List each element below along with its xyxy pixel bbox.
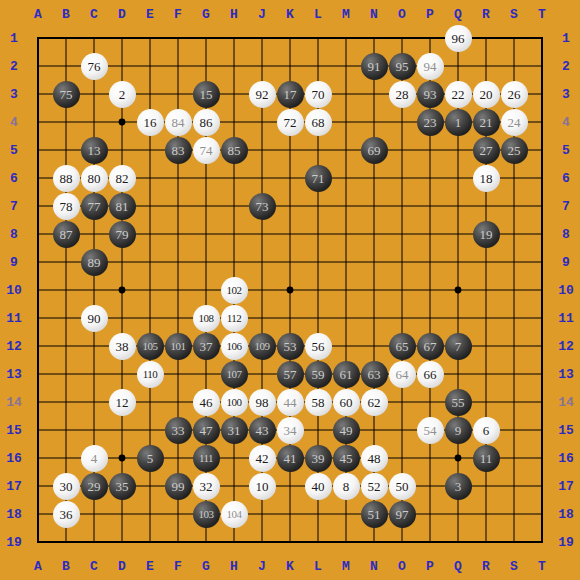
stone-black-H15-move-31[interactable]: 31 xyxy=(221,417,248,444)
star-point xyxy=(287,287,294,294)
col-label-K-top: K xyxy=(276,0,304,28)
stone-black-N2-move-91[interactable]: 91 xyxy=(361,53,388,80)
stone-black-B8-move-87[interactable]: 87 xyxy=(53,221,80,248)
col-label-A-top: A xyxy=(24,0,52,28)
stone-black-G3-move-15[interactable]: 15 xyxy=(193,81,220,108)
stone-white-N16-move-48[interactable]: 48 xyxy=(361,445,388,472)
stone-white-L17-move-40[interactable]: 40 xyxy=(305,473,332,500)
stone-white-C11-move-90[interactable]: 90 xyxy=(81,305,108,332)
stone-white-S3-move-26[interactable]: 26 xyxy=(501,81,528,108)
stone-black-S5-move-25[interactable]: 25 xyxy=(501,137,528,164)
stone-black-Q4-move-1[interactable]: 1 xyxy=(445,109,472,136)
stone-black-J12-move-109[interactable]: 109 xyxy=(249,333,276,360)
row-label-7-left: 7 xyxy=(0,192,28,220)
star-point xyxy=(119,119,126,126)
stone-white-B7-move-78[interactable]: 78 xyxy=(53,193,80,220)
col-label-B-bottom: B xyxy=(52,552,80,580)
star-point xyxy=(119,455,126,462)
stone-black-G12-move-37[interactable]: 37 xyxy=(193,333,220,360)
col-label-K-bottom: K xyxy=(276,552,304,580)
stone-white-K15-move-34[interactable]: 34 xyxy=(277,417,304,444)
row-label-14-left: 14 xyxy=(0,388,28,416)
row-label-18-right: 18 xyxy=(552,500,580,528)
col-label-H-top: H xyxy=(220,0,248,28)
col-label-D-top: D xyxy=(108,0,136,28)
stone-white-O13-move-64[interactable]: 64 xyxy=(389,361,416,388)
col-label-P-bottom: P xyxy=(416,552,444,580)
row-label-3-left: 3 xyxy=(0,80,28,108)
row-label-12-right: 12 xyxy=(552,332,580,360)
stone-black-D17-move-35[interactable]: 35 xyxy=(109,473,136,500)
row-label-13-right: 13 xyxy=(552,360,580,388)
stone-white-Q3-move-22[interactable]: 22 xyxy=(445,81,472,108)
stone-white-N17-move-52[interactable]: 52 xyxy=(361,473,388,500)
stone-black-O18-move-97[interactable]: 97 xyxy=(389,501,416,528)
stone-white-C6-move-80[interactable]: 80 xyxy=(81,165,108,192)
stone-white-G17-move-32[interactable]: 32 xyxy=(193,473,220,500)
go-kifu-diagram: AABBCCDDEEFFGGHHJJKKLLMMNNOOPPQQRRSSTT11… xyxy=(0,0,580,580)
stone-black-N5-move-69[interactable]: 69 xyxy=(361,137,388,164)
col-label-T-bottom: T xyxy=(528,552,556,580)
stone-white-H14-move-100[interactable]: 100 xyxy=(221,389,248,416)
row-label-2-right: 2 xyxy=(552,52,580,80)
stone-white-K14-move-44[interactable]: 44 xyxy=(277,389,304,416)
stone-white-N14-move-62[interactable]: 62 xyxy=(361,389,388,416)
stone-black-E16-move-5[interactable]: 5 xyxy=(137,445,164,472)
col-label-E-top: E xyxy=(136,0,164,28)
row-label-18-left: 18 xyxy=(0,500,28,528)
row-label-15-right: 15 xyxy=(552,416,580,444)
stone-black-G16-move-111[interactable]: 111 xyxy=(193,445,220,472)
row-label-13-left: 13 xyxy=(0,360,28,388)
row-label-4-left: 4 xyxy=(0,108,28,136)
stone-white-L12-move-56[interactable]: 56 xyxy=(305,333,332,360)
stone-white-E13-move-110[interactable]: 110 xyxy=(137,361,164,388)
star-point xyxy=(455,455,462,462)
col-label-M-top: M xyxy=(332,0,360,28)
stone-white-O3-move-28[interactable]: 28 xyxy=(389,81,416,108)
col-label-P-top: P xyxy=(416,0,444,28)
row-label-7-right: 7 xyxy=(552,192,580,220)
stone-black-R16-move-11[interactable]: 11 xyxy=(473,445,500,472)
row-label-17-right: 17 xyxy=(552,472,580,500)
col-label-M-bottom: M xyxy=(332,552,360,580)
stone-white-G14-move-46[interactable]: 46 xyxy=(193,389,220,416)
col-label-H-bottom: H xyxy=(220,552,248,580)
row-label-12-left: 12 xyxy=(0,332,28,360)
col-label-O-top: O xyxy=(388,0,416,28)
stone-white-G5-move-74[interactable]: 74 xyxy=(193,137,220,164)
stone-black-O2-move-95[interactable]: 95 xyxy=(389,53,416,80)
col-label-R-top: R xyxy=(472,0,500,28)
stone-black-N18-move-51[interactable]: 51 xyxy=(361,501,388,528)
stone-black-R4-move-21[interactable]: 21 xyxy=(473,109,500,136)
stone-white-M17-move-8[interactable]: 8 xyxy=(333,473,360,500)
stone-black-O12-move-65[interactable]: 65 xyxy=(389,333,416,360)
stone-black-L16-move-39[interactable]: 39 xyxy=(305,445,332,472)
row-label-2-left: 2 xyxy=(0,52,28,80)
col-label-J-bottom: J xyxy=(248,552,276,580)
stone-black-M15-move-49[interactable]: 49 xyxy=(333,417,360,444)
row-label-15-left: 15 xyxy=(0,416,28,444)
row-label-1-right: 1 xyxy=(552,24,580,52)
stone-black-E12-move-105[interactable]: 105 xyxy=(137,333,164,360)
row-label-17-left: 17 xyxy=(0,472,28,500)
stone-black-Q14-move-55[interactable]: 55 xyxy=(445,389,472,416)
col-label-N-bottom: N xyxy=(360,552,388,580)
col-label-L-bottom: L xyxy=(304,552,332,580)
col-label-G-top: G xyxy=(192,0,220,28)
stone-black-J7-move-73[interactable]: 73 xyxy=(249,193,276,220)
stone-black-C17-move-29[interactable]: 29 xyxy=(81,473,108,500)
stone-black-F17-move-99[interactable]: 99 xyxy=(165,473,192,500)
row-label-14-right: 14 xyxy=(552,388,580,416)
stone-black-H5-move-85[interactable]: 85 xyxy=(221,137,248,164)
stone-white-E4-move-16[interactable]: 16 xyxy=(137,109,164,136)
stone-black-K3-move-17[interactable]: 17 xyxy=(277,81,304,108)
row-label-11-left: 11 xyxy=(0,304,28,332)
stone-black-Q15-move-9[interactable]: 9 xyxy=(445,417,472,444)
stone-white-D3-move-2[interactable]: 2 xyxy=(109,81,136,108)
col-label-J-top: J xyxy=(248,0,276,28)
stone-black-C7-move-77[interactable]: 77 xyxy=(81,193,108,220)
row-label-6-right: 6 xyxy=(552,164,580,192)
row-label-19-left: 19 xyxy=(0,528,28,556)
stone-white-G11-move-108[interactable]: 108 xyxy=(193,305,220,332)
stone-black-H13-move-107[interactable]: 107 xyxy=(221,361,248,388)
col-label-R-bottom: R xyxy=(472,552,500,580)
stone-white-K4-move-72[interactable]: 72 xyxy=(277,109,304,136)
col-label-B-top: B xyxy=(52,0,80,28)
stone-white-R3-move-20[interactable]: 20 xyxy=(473,81,500,108)
stone-black-L6-move-71[interactable]: 71 xyxy=(305,165,332,192)
stone-black-C5-move-13[interactable]: 13 xyxy=(81,137,108,164)
stone-white-L4-move-68[interactable]: 68 xyxy=(305,109,332,136)
row-label-16-left: 16 xyxy=(0,444,28,472)
stone-white-P15-move-54[interactable]: 54 xyxy=(417,417,444,444)
col-label-F-top: F xyxy=(164,0,192,28)
stone-white-P13-move-66[interactable]: 66 xyxy=(417,361,444,388)
col-label-C-top: C xyxy=(80,0,108,28)
stone-black-G15-move-47[interactable]: 47 xyxy=(193,417,220,444)
stone-black-F5-move-83[interactable]: 83 xyxy=(165,137,192,164)
stone-black-J15-move-43[interactable]: 43 xyxy=(249,417,276,444)
stone-black-C9-move-89[interactable]: 89 xyxy=(81,249,108,276)
stone-white-J16-move-42[interactable]: 42 xyxy=(249,445,276,472)
stone-white-M14-move-60[interactable]: 60 xyxy=(333,389,360,416)
stone-black-N13-move-63[interactable]: 63 xyxy=(361,361,388,388)
stone-white-H12-move-106[interactable]: 106 xyxy=(221,333,248,360)
stone-black-P4-move-23[interactable]: 23 xyxy=(417,109,444,136)
stone-black-F15-move-33[interactable]: 33 xyxy=(165,417,192,444)
row-label-10-right: 10 xyxy=(552,276,580,304)
row-label-5-left: 5 xyxy=(0,136,28,164)
col-label-O-bottom: O xyxy=(388,552,416,580)
stone-black-Q12-move-7[interactable]: 7 xyxy=(445,333,472,360)
row-label-8-left: 8 xyxy=(0,220,28,248)
col-label-G-bottom: G xyxy=(192,552,220,580)
stone-white-F4-move-84[interactable]: 84 xyxy=(165,109,192,136)
stone-black-P3-move-93[interactable]: 93 xyxy=(417,81,444,108)
star-point xyxy=(455,287,462,294)
stone-white-L14-move-58[interactable]: 58 xyxy=(305,389,332,416)
stone-white-D6-move-82[interactable]: 82 xyxy=(109,165,136,192)
stone-black-M16-move-45[interactable]: 45 xyxy=(333,445,360,472)
row-label-1-left: 1 xyxy=(0,24,28,52)
stone-black-K16-move-41[interactable]: 41 xyxy=(277,445,304,472)
col-label-F-bottom: F xyxy=(164,552,192,580)
stone-black-G18-move-103[interactable]: 103 xyxy=(193,501,220,528)
stone-white-G4-move-86[interactable]: 86 xyxy=(193,109,220,136)
stone-white-R15-move-6[interactable]: 6 xyxy=(473,417,500,444)
stone-white-B6-move-88[interactable]: 88 xyxy=(53,165,80,192)
stone-black-R5-move-27[interactable]: 27 xyxy=(473,137,500,164)
stone-white-H18-move-104[interactable]: 104 xyxy=(221,501,248,528)
col-label-D-bottom: D xyxy=(108,552,136,580)
stone-white-O17-move-50[interactable]: 50 xyxy=(389,473,416,500)
col-label-E-bottom: E xyxy=(136,552,164,580)
stone-white-C2-move-76[interactable]: 76 xyxy=(81,53,108,80)
stone-black-K12-move-53[interactable]: 53 xyxy=(277,333,304,360)
row-label-6-left: 6 xyxy=(0,164,28,192)
stone-black-K13-move-57[interactable]: 57 xyxy=(277,361,304,388)
stone-black-F12-move-101[interactable]: 101 xyxy=(165,333,192,360)
stone-white-C16-move-4[interactable]: 4 xyxy=(81,445,108,472)
stone-black-M13-move-61[interactable]: 61 xyxy=(333,361,360,388)
stone-black-R8-move-19[interactable]: 19 xyxy=(473,221,500,248)
stone-white-R6-move-18[interactable]: 18 xyxy=(473,165,500,192)
stone-white-D14-move-12[interactable]: 12 xyxy=(109,389,136,416)
stone-white-P2-move-94[interactable]: 94 xyxy=(417,53,444,80)
stone-black-B3-move-75[interactable]: 75 xyxy=(53,81,80,108)
stone-black-P12-move-67[interactable]: 67 xyxy=(417,333,444,360)
stone-white-L3-move-70[interactable]: 70 xyxy=(305,81,332,108)
col-label-Q-bottom: Q xyxy=(444,552,472,580)
col-label-Q-top: Q xyxy=(444,0,472,28)
row-label-16-right: 16 xyxy=(552,444,580,472)
row-label-9-right: 9 xyxy=(552,248,580,276)
col-label-A-bottom: A xyxy=(24,552,52,580)
stone-white-J3-move-92[interactable]: 92 xyxy=(249,81,276,108)
stone-white-H11-move-112[interactable]: 112 xyxy=(221,305,248,332)
stone-white-J17-move-10[interactable]: 10 xyxy=(249,473,276,500)
stone-white-H10-move-102[interactable]: 102 xyxy=(221,277,248,304)
row-label-11-right: 11 xyxy=(552,304,580,332)
col-label-S-top: S xyxy=(500,0,528,28)
stone-white-S4-move-24[interactable]: 24 xyxy=(501,109,528,136)
stone-white-D12-move-38[interactable]: 38 xyxy=(109,333,136,360)
stone-white-B18-move-36[interactable]: 36 xyxy=(53,501,80,528)
star-point xyxy=(119,287,126,294)
row-label-5-right: 5 xyxy=(552,136,580,164)
stone-black-D7-move-81[interactable]: 81 xyxy=(109,193,136,220)
stone-white-J14-move-98[interactable]: 98 xyxy=(249,389,276,416)
stone-black-L13-move-59[interactable]: 59 xyxy=(305,361,332,388)
row-label-19-right: 19 xyxy=(552,528,580,556)
row-label-9-left: 9 xyxy=(0,248,28,276)
stone-white-B17-move-30[interactable]: 30 xyxy=(53,473,80,500)
col-label-S-bottom: S xyxy=(500,552,528,580)
stone-black-D8-move-79[interactable]: 79 xyxy=(109,221,136,248)
stone-white-Q1-move-96[interactable]: 96 xyxy=(445,25,472,52)
col-label-C-bottom: C xyxy=(80,552,108,580)
row-label-3-right: 3 xyxy=(552,80,580,108)
row-label-8-right: 8 xyxy=(552,220,580,248)
row-label-10-left: 10 xyxy=(0,276,28,304)
stone-black-Q17-move-3[interactable]: 3 xyxy=(445,473,472,500)
row-label-4-right: 4 xyxy=(552,108,580,136)
col-label-L-top: L xyxy=(304,0,332,28)
col-label-N-top: N xyxy=(360,0,388,28)
